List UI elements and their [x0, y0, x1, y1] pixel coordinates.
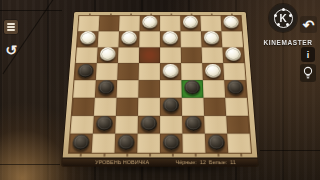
hint-button[interactable] — [300, 64, 316, 82]
square-r3c4[interactable] — [160, 63, 181, 80]
square-r1c5 — [180, 31, 201, 47]
square-r0c7[interactable] — [221, 16, 242, 31]
square-r5c0[interactable] — [72, 98, 95, 116]
info-button[interactable]: i — [301, 47, 315, 62]
square-r2c2 — [118, 47, 139, 63]
black-piece[interactable] — [141, 116, 158, 131]
square-r3c7 — [223, 63, 245, 80]
square-r7c6[interactable] — [205, 134, 228, 153]
white-piece[interactable] — [205, 64, 221, 78]
square-r6c3[interactable] — [138, 115, 160, 133]
square-r4c2 — [117, 80, 139, 97]
square-r0c1[interactable] — [99, 16, 120, 31]
white-piece[interactable] — [80, 31, 96, 44]
black-piece[interactable] — [96, 116, 113, 131]
black-piece[interactable] — [163, 98, 179, 113]
square-r6c4 — [160, 115, 182, 133]
square-r3c3 — [139, 63, 160, 80]
square-r3c1 — [96, 63, 118, 80]
square-r0c5[interactable] — [180, 16, 201, 31]
piece-counts: Чёрные: 12 Белые: 11 — [175, 158, 236, 167]
square-r5c5 — [182, 98, 204, 116]
square-r2c7[interactable] — [222, 47, 244, 63]
restart-button[interactable]: ↺ — [2, 41, 20, 59]
square-r4c6 — [203, 80, 225, 97]
square-r6c6 — [204, 115, 227, 133]
square-r0c6 — [200, 16, 221, 31]
undo-button[interactable]: ↶ — [300, 16, 317, 33]
white-piece[interactable] — [163, 64, 179, 78]
square-r7c7 — [227, 134, 251, 153]
square-r2c4 — [160, 47, 181, 63]
square-r4c1[interactable] — [95, 80, 117, 97]
black-piece[interactable] — [72, 134, 90, 150]
undo-icon: ↶ — [303, 17, 315, 33]
square-r1c7 — [221, 31, 243, 47]
app-screen: УРОВЕНЬ НОВИЧКА Чёрные: 12 Белые: 11 ↺ ↶… — [0, 0, 320, 180]
black-piece[interactable] — [185, 116, 202, 131]
square-r7c5 — [182, 134, 205, 153]
white-piece[interactable] — [100, 47, 116, 60]
square-r0c0 — [78, 16, 99, 31]
info-icon: i — [307, 50, 310, 60]
square-r2c0 — [76, 47, 98, 63]
square-r2c1[interactable] — [97, 47, 119, 63]
white-piece[interactable] — [223, 16, 239, 29]
restart-icon: ↺ — [5, 42, 17, 58]
white-count-label: Белые: — [209, 158, 228, 167]
square-r1c0[interactable] — [77, 31, 99, 47]
checkers-board: УРОВЕНЬ НОВИЧКА Чёрные: 12 Белые: 11 — [62, 12, 258, 166]
square-r1c1 — [98, 31, 119, 47]
square-r7c4[interactable] — [160, 134, 183, 153]
black-piece[interactable] — [118, 134, 135, 150]
square-r6c7[interactable] — [226, 115, 249, 133]
white-piece[interactable] — [183, 16, 198, 29]
square-r4c4 — [160, 80, 182, 97]
level-label: УРОВЕНЬ НОВИЧКА — [95, 158, 149, 167]
black-count-value: 12 — [200, 158, 206, 167]
wood-seam — [0, 164, 60, 165]
square-r7c1 — [92, 134, 115, 153]
square-r4c7[interactable] — [224, 80, 247, 97]
square-r0c3[interactable] — [140, 16, 160, 31]
square-r2c3[interactable] — [139, 47, 160, 63]
square-r6c1[interactable] — [93, 115, 116, 133]
hamburger-icon — [7, 26, 15, 27]
menu-button[interactable] — [4, 20, 18, 34]
white-piece[interactable] — [225, 47, 241, 60]
square-r1c2[interactable] — [118, 31, 139, 47]
black-count-label: Чёрные: — [175, 158, 196, 167]
black-piece[interactable] — [208, 134, 225, 150]
square-r6c2 — [115, 115, 138, 133]
board-front-face: УРОВЕНЬ НОВИЧКА Чёрные: 12 Белые: 11 — [62, 157, 258, 166]
square-r1c3 — [139, 31, 160, 47]
black-piece[interactable] — [184, 80, 200, 94]
white-piece[interactable] — [204, 31, 220, 44]
lightbulb-icon — [301, 65, 315, 81]
square-r5c2[interactable] — [116, 98, 138, 116]
hamburger-icon — [7, 29, 15, 30]
kinemaster-wordmark: KINEMASTER — [256, 39, 320, 46]
square-r3c6[interactable] — [202, 63, 224, 80]
white-piece[interactable] — [163, 31, 178, 44]
square-r6c0 — [70, 115, 93, 133]
hamburger-icon — [7, 23, 15, 24]
square-r4c5[interactable] — [181, 80, 203, 97]
square-r5c7 — [225, 98, 248, 116]
square-r0c4 — [160, 16, 180, 31]
kinemaster-logo: K — [269, 4, 297, 32]
square-r7c3 — [137, 134, 160, 153]
square-r7c0[interactable] — [69, 134, 93, 153]
black-piece[interactable] — [227, 80, 244, 94]
white-piece[interactable] — [121, 31, 137, 44]
black-piece[interactable] — [98, 80, 115, 94]
square-r5c1 — [94, 98, 117, 116]
square-r4c0 — [73, 80, 96, 97]
square-r4c3[interactable] — [138, 80, 160, 97]
black-piece[interactable] — [163, 134, 180, 150]
black-piece[interactable] — [77, 64, 94, 78]
square-r5c6[interactable] — [203, 98, 226, 116]
square-r2c5[interactable] — [181, 47, 202, 63]
board-frame — [63, 12, 258, 157]
square-r0c2 — [119, 16, 140, 31]
square-r1c6[interactable] — [201, 31, 222, 47]
square-r3c5 — [181, 63, 203, 80]
wood-seam — [3, 0, 57, 74]
square-r5c3 — [138, 98, 160, 116]
square-r7c2[interactable] — [114, 134, 137, 153]
square-r3c0[interactable] — [74, 63, 96, 80]
white-piece[interactable] — [142, 16, 157, 29]
square-r5c4[interactable] — [160, 98, 182, 116]
square-r6c5[interactable] — [182, 115, 205, 133]
board-grid — [69, 16, 251, 153]
square-r2c6 — [202, 47, 224, 63]
wood-seam — [260, 150, 320, 151]
logo-letter: K — [269, 4, 297, 32]
square-r3c2[interactable] — [117, 63, 139, 80]
white-count-value: 11 — [230, 158, 236, 167]
wood-seam — [0, 10, 62, 11]
square-r1c4[interactable] — [160, 31, 181, 47]
